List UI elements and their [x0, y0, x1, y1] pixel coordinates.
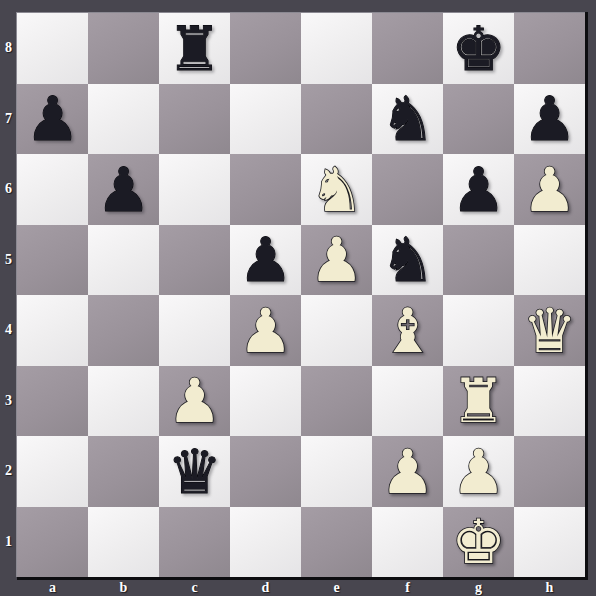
file-labels: abcdefgh — [17, 580, 585, 596]
square-g7[interactable] — [443, 84, 514, 155]
square-a7[interactable]: ♟ — [17, 84, 88, 155]
piece-white-pawn-h6[interactable]: ♟ — [522, 159, 577, 220]
file-label-c: c — [159, 580, 230, 596]
square-b8[interactable] — [88, 13, 159, 84]
board-highlight-top — [16, 12, 585, 13]
board-edge-line-right — [585, 12, 588, 580]
square-h8[interactable] — [514, 13, 585, 84]
piece-white-pawn-g2[interactable]: ♟ — [451, 441, 506, 502]
piece-black-pawn-d5[interactable]: ♟ — [238, 229, 293, 290]
square-f1[interactable] — [372, 507, 443, 578]
square-d1[interactable] — [230, 507, 301, 578]
square-e3[interactable] — [301, 366, 372, 437]
square-e7[interactable] — [301, 84, 372, 155]
square-c4[interactable] — [159, 295, 230, 366]
square-g2[interactable]: ♟ — [443, 436, 514, 507]
piece-black-pawn-a7[interactable]: ♟ — [25, 88, 80, 149]
square-c6[interactable] — [159, 154, 230, 225]
square-f2[interactable]: ♟ — [372, 436, 443, 507]
square-f3[interactable] — [372, 366, 443, 437]
piece-white-queen-h4[interactable]: ♛ — [522, 300, 577, 361]
piece-black-pawn-g6[interactable]: ♟ — [451, 159, 506, 220]
piece-black-rook-c8[interactable]: ♜ — [167, 18, 222, 79]
square-g3[interactable]: ♜ — [443, 366, 514, 437]
square-h5[interactable] — [514, 225, 585, 296]
rank-label-6: 6 — [0, 154, 17, 225]
piece-white-pawn-d4[interactable]: ♟ — [238, 300, 293, 361]
square-c7[interactable] — [159, 84, 230, 155]
square-d6[interactable] — [230, 154, 301, 225]
square-f5[interactable]: ♞ — [372, 225, 443, 296]
square-a3[interactable] — [17, 366, 88, 437]
square-h7[interactable]: ♟ — [514, 84, 585, 155]
square-h1[interactable] — [514, 507, 585, 578]
square-h4[interactable]: ♛ — [514, 295, 585, 366]
square-e1[interactable] — [301, 507, 372, 578]
piece-white-pawn-f2[interactable]: ♟ — [380, 441, 435, 502]
chess-board: ♜♚♟♞♟♟♞♟♟♟♟♞♟♝♛♟♜♛♟♟♚ — [17, 13, 585, 577]
square-g4[interactable] — [443, 295, 514, 366]
rank-label-2: 2 — [0, 436, 17, 507]
rank-label-4: 4 — [0, 295, 17, 366]
piece-white-king-g1[interactable]: ♚ — [451, 511, 506, 572]
piece-white-rook-g3[interactable]: ♜ — [451, 370, 506, 431]
piece-black-knight-f7[interactable]: ♞ — [380, 88, 435, 149]
rank-labels: 87654321 — [0, 13, 17, 577]
square-b3[interactable] — [88, 366, 159, 437]
square-b7[interactable] — [88, 84, 159, 155]
file-label-b: b — [88, 580, 159, 596]
square-a2[interactable] — [17, 436, 88, 507]
square-d8[interactable] — [230, 13, 301, 84]
rank-label-7: 7 — [0, 84, 17, 155]
chess-board-frame: ♜♚♟♞♟♟♞♟♟♟♟♞♟♝♛♟♜♛♟♟♚ 87654321 abcdefgh — [0, 0, 596, 596]
file-label-h: h — [514, 580, 585, 596]
piece-black-queen-c2[interactable]: ♛ — [167, 441, 222, 502]
square-d2[interactable] — [230, 436, 301, 507]
square-e2[interactable] — [301, 436, 372, 507]
file-label-f: f — [372, 580, 443, 596]
square-g5[interactable] — [443, 225, 514, 296]
square-c2[interactable]: ♛ — [159, 436, 230, 507]
square-a6[interactable] — [17, 154, 88, 225]
square-a5[interactable] — [17, 225, 88, 296]
square-e5[interactable]: ♟ — [301, 225, 372, 296]
square-b5[interactable] — [88, 225, 159, 296]
file-label-a: a — [17, 580, 88, 596]
square-g1[interactable]: ♚ — [443, 507, 514, 578]
rank-label-8: 8 — [0, 13, 17, 84]
square-c8[interactable]: ♜ — [159, 13, 230, 84]
file-label-e: e — [301, 580, 372, 596]
piece-white-pawn-e5[interactable]: ♟ — [309, 229, 364, 290]
square-f8[interactable] — [372, 13, 443, 84]
piece-black-pawn-b6[interactable]: ♟ — [96, 159, 151, 220]
square-c3[interactable]: ♟ — [159, 366, 230, 437]
square-b6[interactable]: ♟ — [88, 154, 159, 225]
square-d3[interactable] — [230, 366, 301, 437]
piece-white-bishop-f4[interactable]: ♝ — [380, 300, 435, 361]
rank-label-5: 5 — [0, 225, 17, 296]
piece-black-king-g8[interactable]: ♚ — [451, 18, 506, 79]
square-e8[interactable] — [301, 13, 372, 84]
square-f4[interactable]: ♝ — [372, 295, 443, 366]
square-a4[interactable] — [17, 295, 88, 366]
piece-white-knight-e6[interactable]: ♞ — [309, 159, 364, 220]
square-h2[interactable] — [514, 436, 585, 507]
rank-label-3: 3 — [0, 366, 17, 437]
piece-black-knight-f5[interactable]: ♞ — [380, 229, 435, 290]
square-g8[interactable]: ♚ — [443, 13, 514, 84]
square-b2[interactable] — [88, 436, 159, 507]
square-d7[interactable] — [230, 84, 301, 155]
square-f6[interactable] — [372, 154, 443, 225]
piece-white-pawn-c3[interactable]: ♟ — [167, 370, 222, 431]
square-a8[interactable] — [17, 13, 88, 84]
square-g6[interactable]: ♟ — [443, 154, 514, 225]
square-f7[interactable]: ♞ — [372, 84, 443, 155]
file-label-d: d — [230, 580, 301, 596]
piece-black-pawn-h7[interactable]: ♟ — [522, 88, 577, 149]
square-c5[interactable] — [159, 225, 230, 296]
square-d5[interactable]: ♟ — [230, 225, 301, 296]
square-b4[interactable] — [88, 295, 159, 366]
square-d4[interactable]: ♟ — [230, 295, 301, 366]
square-a1[interactable] — [17, 507, 88, 578]
square-b1[interactable] — [88, 507, 159, 578]
square-e4[interactable] — [301, 295, 372, 366]
rank-label-1: 1 — [0, 507, 17, 578]
file-label-g: g — [443, 580, 514, 596]
square-e6[interactable]: ♞ — [301, 154, 372, 225]
square-c1[interactable] — [159, 507, 230, 578]
square-h6[interactable]: ♟ — [514, 154, 585, 225]
square-h3[interactable] — [514, 366, 585, 437]
